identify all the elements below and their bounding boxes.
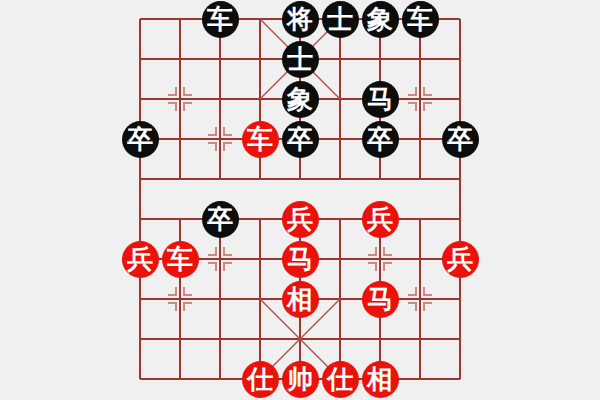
xiangqi-board[interactable]: 车将士象车士象马卒车卒卒卒卒兵兵兵车马兵相马仕帅仕相 [0,0,600,400]
piece-black-chariot[interactable]: 车 [402,1,439,38]
piece-black-elephant[interactable]: 象 [282,81,319,118]
piece-black-soldier[interactable]: 卒 [282,121,319,158]
piece-red-chariot[interactable]: 车 [242,121,279,158]
piece-red-general[interactable]: 帅 [282,361,319,398]
piece-black-soldier[interactable]: 卒 [122,121,159,158]
piece-black-soldier[interactable]: 卒 [442,121,479,158]
piece-red-elephant[interactable]: 相 [362,361,399,398]
piece-red-advisor[interactable]: 仕 [242,361,279,398]
piece-black-soldier[interactable]: 卒 [202,201,239,238]
piece-red-chariot[interactable]: 车 [162,241,199,278]
piece-black-general[interactable]: 将 [282,1,319,38]
piece-red-soldier[interactable]: 兵 [362,201,399,238]
piece-red-soldier[interactable]: 兵 [122,241,159,278]
piece-black-soldier[interactable]: 卒 [362,121,399,158]
piece-red-advisor[interactable]: 仕 [322,361,359,398]
piece-red-horse[interactable]: 马 [282,241,319,278]
piece-red-soldier[interactable]: 兵 [442,241,479,278]
piece-black-chariot[interactable]: 车 [202,1,239,38]
piece-black-elephant[interactable]: 象 [362,1,399,38]
piece-red-soldier[interactable]: 兵 [282,201,319,238]
piece-black-advisor[interactable]: 士 [282,41,319,78]
pieces-layer: 车将士象车士象马卒车卒卒卒卒兵兵兵车马兵相马仕帅仕相 [0,0,600,400]
piece-red-horse[interactable]: 马 [362,281,399,318]
piece-red-elephant[interactable]: 相 [282,281,319,318]
piece-black-advisor[interactable]: 士 [322,1,359,38]
piece-black-horse[interactable]: 马 [362,81,399,118]
xiangqi-app: 车将士象车士象马卒车卒卒卒卒兵兵兵车马兵相马仕帅仕相 [0,0,600,400]
